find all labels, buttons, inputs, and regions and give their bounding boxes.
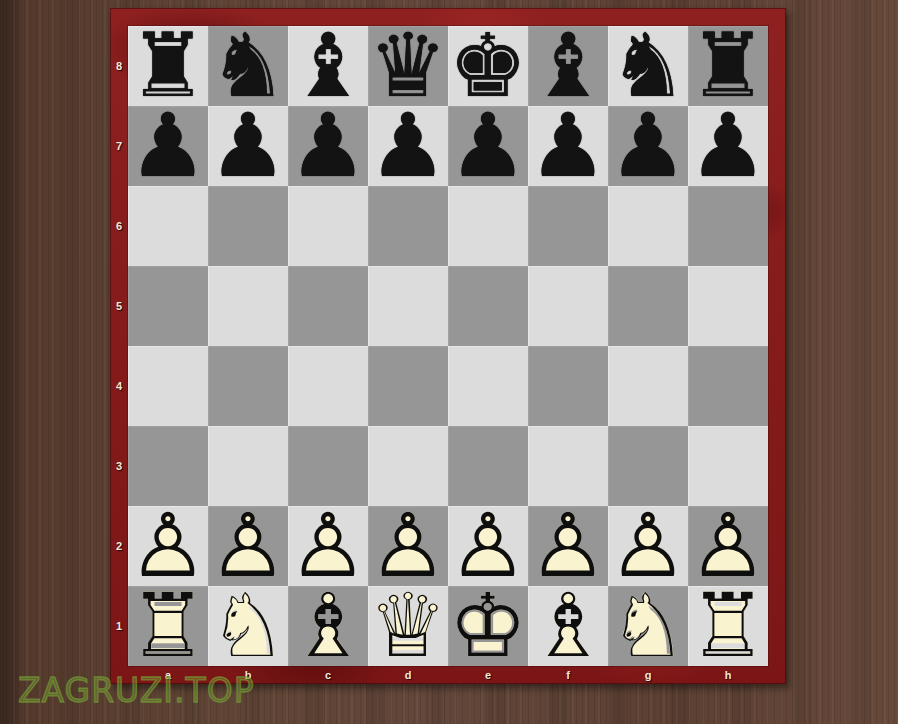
piece-fill-glyph: ♞	[208, 26, 288, 106]
square-e5[interactable]	[448, 266, 528, 346]
piece-fill-glyph: ♟	[368, 106, 448, 186]
square-a3[interactable]	[128, 426, 208, 506]
white-pawn-g2[interactable]: ♟♙	[608, 506, 688, 586]
piece-fill-glyph: ♜	[688, 586, 768, 666]
square-d6[interactable]	[368, 186, 448, 266]
black-pawn-g7[interactable]: ♟	[608, 106, 688, 186]
square-h5[interactable]	[688, 266, 768, 346]
piece-fill-glyph: ♟	[288, 506, 368, 586]
square-b8[interactable]: ♞	[208, 26, 288, 106]
square-e4[interactable]	[448, 346, 528, 426]
white-king-e1[interactable]: ♚♔	[448, 586, 528, 666]
piece-outline-glyph: ♘	[608, 586, 688, 666]
piece-outline-glyph: ♙	[608, 506, 688, 586]
square-b1[interactable]: ♞♘	[208, 586, 288, 666]
rank-label-6: 6	[110, 186, 128, 266]
square-a6[interactable]	[128, 186, 208, 266]
piece-fill-glyph: ♜	[128, 586, 208, 666]
black-pawn-a7[interactable]: ♟	[128, 106, 208, 186]
square-f6[interactable]	[528, 186, 608, 266]
square-c3[interactable]	[288, 426, 368, 506]
board-squares: ♜♞♝♛♚♝♞♜♟♟♟♟♟♟♟♟♟♙♟♙♟♙♟♙♟♙♟♙♟♙♟♙♜♖♞♘♝♗♛♕…	[128, 26, 768, 666]
piece-fill-glyph: ♚	[448, 586, 528, 666]
piece-fill-glyph: ♟	[688, 506, 768, 586]
black-rook-h8[interactable]: ♜	[688, 26, 768, 106]
white-pawn-f2[interactable]: ♟♙	[528, 506, 608, 586]
piece-outline-glyph: ♕	[368, 586, 448, 666]
square-g8[interactable]: ♞	[608, 26, 688, 106]
file-label-d: d	[368, 666, 448, 684]
piece-fill-glyph: ♝	[288, 586, 368, 666]
black-pawn-f7[interactable]: ♟	[528, 106, 608, 186]
rank-label-7: 7	[110, 106, 128, 186]
square-g1[interactable]: ♞♘	[608, 586, 688, 666]
piece-outline-glyph: ♙	[448, 506, 528, 586]
square-h2[interactable]: ♟♙	[688, 506, 768, 586]
square-c5[interactable]	[288, 266, 368, 346]
square-h1[interactable]: ♜♖	[688, 586, 768, 666]
square-g7[interactable]: ♟	[608, 106, 688, 186]
piece-fill-glyph: ♟	[448, 506, 528, 586]
square-h4[interactable]	[688, 346, 768, 426]
piece-fill-glyph: ♝	[288, 26, 368, 106]
piece-outline-glyph: ♔	[448, 586, 528, 666]
piece-outline-glyph: ♙	[208, 506, 288, 586]
rank-label-1: 1	[110, 586, 128, 666]
square-e7[interactable]: ♟	[448, 106, 528, 186]
square-g6[interactable]	[608, 186, 688, 266]
piece-fill-glyph: ♟	[128, 506, 208, 586]
square-d3[interactable]	[368, 426, 448, 506]
piece-fill-glyph: ♝	[528, 586, 608, 666]
file-label-c: c	[288, 666, 368, 684]
piece-fill-glyph: ♟	[288, 106, 368, 186]
piece-fill-glyph: ♜	[688, 26, 768, 106]
white-knight-b1[interactable]: ♞♘	[208, 586, 288, 666]
rank-label-8: 8	[110, 26, 128, 106]
square-a4[interactable]	[128, 346, 208, 426]
square-b7[interactable]: ♟	[208, 106, 288, 186]
square-h7[interactable]: ♟	[688, 106, 768, 186]
square-f7[interactable]: ♟	[528, 106, 608, 186]
square-f8[interactable]: ♝	[528, 26, 608, 106]
file-label-g: g	[608, 666, 688, 684]
square-b5[interactable]	[208, 266, 288, 346]
chess-board: ♜♞♝♛♚♝♞♜♟♟♟♟♟♟♟♟♟♙♟♙♟♙♟♙♟♙♟♙♟♙♟♙♜♖♞♘♝♗♛♕…	[110, 8, 786, 684]
square-e1[interactable]: ♚♔	[448, 586, 528, 666]
square-c7[interactable]: ♟	[288, 106, 368, 186]
square-a2[interactable]: ♟♙	[128, 506, 208, 586]
piece-outline-glyph: ♙	[528, 506, 608, 586]
square-a5[interactable]	[128, 266, 208, 346]
black-rook-a8[interactable]: ♜	[128, 26, 208, 106]
piece-outline-glyph: ♙	[368, 506, 448, 586]
piece-fill-glyph: ♟	[688, 106, 768, 186]
black-pawn-d7[interactable]: ♟	[368, 106, 448, 186]
piece-fill-glyph: ♞	[208, 586, 288, 666]
square-d2[interactable]: ♟♙	[368, 506, 448, 586]
white-pawn-c2[interactable]: ♟♙	[288, 506, 368, 586]
square-a8[interactable]: ♜	[128, 26, 208, 106]
file-label-h: h	[688, 666, 768, 684]
black-bishop-c8[interactable]: ♝	[288, 26, 368, 106]
square-g5[interactable]	[608, 266, 688, 346]
piece-outline-glyph: ♙	[688, 506, 768, 586]
square-h6[interactable]	[688, 186, 768, 266]
piece-fill-glyph: ♟	[608, 106, 688, 186]
square-b2[interactable]: ♟♙	[208, 506, 288, 586]
black-pawn-b7[interactable]: ♟	[208, 106, 288, 186]
square-b3[interactable]	[208, 426, 288, 506]
rank-label-4: 4	[110, 346, 128, 426]
square-d7[interactable]: ♟	[368, 106, 448, 186]
square-e8[interactable]: ♚	[448, 26, 528, 106]
square-c1[interactable]: ♝♗	[288, 586, 368, 666]
white-pawn-e2[interactable]: ♟♙	[448, 506, 528, 586]
piece-outline-glyph: ♗	[288, 586, 368, 666]
white-queen-d1[interactable]: ♛♕	[368, 586, 448, 666]
square-d4[interactable]	[368, 346, 448, 426]
file-label-e: e	[448, 666, 528, 684]
square-f4[interactable]	[528, 346, 608, 426]
square-e3[interactable]	[448, 426, 528, 506]
rank-label-3: 3	[110, 426, 128, 506]
square-a1[interactable]: ♜♖	[128, 586, 208, 666]
black-pawn-c7[interactable]: ♟	[288, 106, 368, 186]
square-a7[interactable]: ♟	[128, 106, 208, 186]
square-b6[interactable]	[208, 186, 288, 266]
watermark-text: ZAGRUZI.TOP	[18, 671, 255, 710]
square-d5[interactable]	[368, 266, 448, 346]
white-knight-g1[interactable]: ♞♘	[608, 586, 688, 666]
piece-fill-glyph: ♟	[608, 506, 688, 586]
square-b4[interactable]	[208, 346, 288, 426]
piece-fill-glyph: ♝	[528, 26, 608, 106]
white-bishop-f1[interactable]: ♝♗	[528, 586, 608, 666]
piece-fill-glyph: ♟	[128, 106, 208, 186]
piece-outline-glyph: ♘	[208, 586, 288, 666]
white-bishop-c1[interactable]: ♝♗	[288, 586, 368, 666]
piece-outline-glyph: ♙	[128, 506, 208, 586]
white-pawn-a2[interactable]: ♟♙	[128, 506, 208, 586]
piece-fill-glyph: ♜	[128, 26, 208, 106]
square-e6[interactable]	[448, 186, 528, 266]
square-c4[interactable]	[288, 346, 368, 426]
black-pawn-e7[interactable]: ♟	[448, 106, 528, 186]
black-queen-d8[interactable]: ♛	[368, 26, 448, 106]
desktop-background: { "game": "chess", "position": { "fen": …	[0, 0, 898, 724]
black-king-e8[interactable]: ♚	[448, 26, 528, 106]
piece-fill-glyph: ♞	[608, 26, 688, 106]
black-pawn-h7[interactable]: ♟	[688, 106, 768, 186]
square-f5[interactable]	[528, 266, 608, 346]
square-h3[interactable]	[688, 426, 768, 506]
piece-outline-glyph: ♖	[688, 586, 768, 666]
piece-fill-glyph: ♟	[528, 106, 608, 186]
piece-outline-glyph: ♙	[288, 506, 368, 586]
square-g4[interactable]	[608, 346, 688, 426]
piece-outline-glyph: ♗	[528, 586, 608, 666]
square-f1[interactable]: ♝♗	[528, 586, 608, 666]
rank-label-2: 2	[110, 506, 128, 586]
piece-fill-glyph: ♟	[528, 506, 608, 586]
square-c2[interactable]: ♟♙	[288, 506, 368, 586]
square-h8[interactable]: ♜	[688, 26, 768, 106]
piece-fill-glyph: ♛	[368, 26, 448, 106]
white-rook-a1[interactable]: ♜♖	[128, 586, 208, 666]
piece-fill-glyph: ♛	[368, 586, 448, 666]
white-pawn-b2[interactable]: ♟♙	[208, 506, 288, 586]
piece-fill-glyph: ♞	[608, 586, 688, 666]
black-bishop-f8[interactable]: ♝	[528, 26, 608, 106]
piece-outline-glyph: ♖	[128, 586, 208, 666]
black-knight-b8[interactable]: ♞	[208, 26, 288, 106]
square-d1[interactable]: ♛♕	[368, 586, 448, 666]
square-g3[interactable]	[608, 426, 688, 506]
piece-fill-glyph: ♟	[448, 106, 528, 186]
square-d8[interactable]: ♛	[368, 26, 448, 106]
square-c6[interactable]	[288, 186, 368, 266]
piece-fill-glyph: ♟	[208, 506, 288, 586]
piece-fill-glyph: ♟	[208, 106, 288, 186]
black-knight-g8[interactable]: ♞	[608, 26, 688, 106]
square-e2[interactable]: ♟♙	[448, 506, 528, 586]
white-pawn-d2[interactable]: ♟♙	[368, 506, 448, 586]
piece-fill-glyph: ♚	[448, 26, 528, 106]
square-c8[interactable]: ♝	[288, 26, 368, 106]
file-label-f: f	[528, 666, 608, 684]
square-f2[interactable]: ♟♙	[528, 506, 608, 586]
square-f3[interactable]	[528, 426, 608, 506]
white-rook-h1[interactable]: ♜♖	[688, 586, 768, 666]
rank-label-5: 5	[110, 266, 128, 346]
piece-fill-glyph: ♟	[368, 506, 448, 586]
square-g2[interactable]: ♟♙	[608, 506, 688, 586]
white-pawn-h2[interactable]: ♟♙	[688, 506, 768, 586]
